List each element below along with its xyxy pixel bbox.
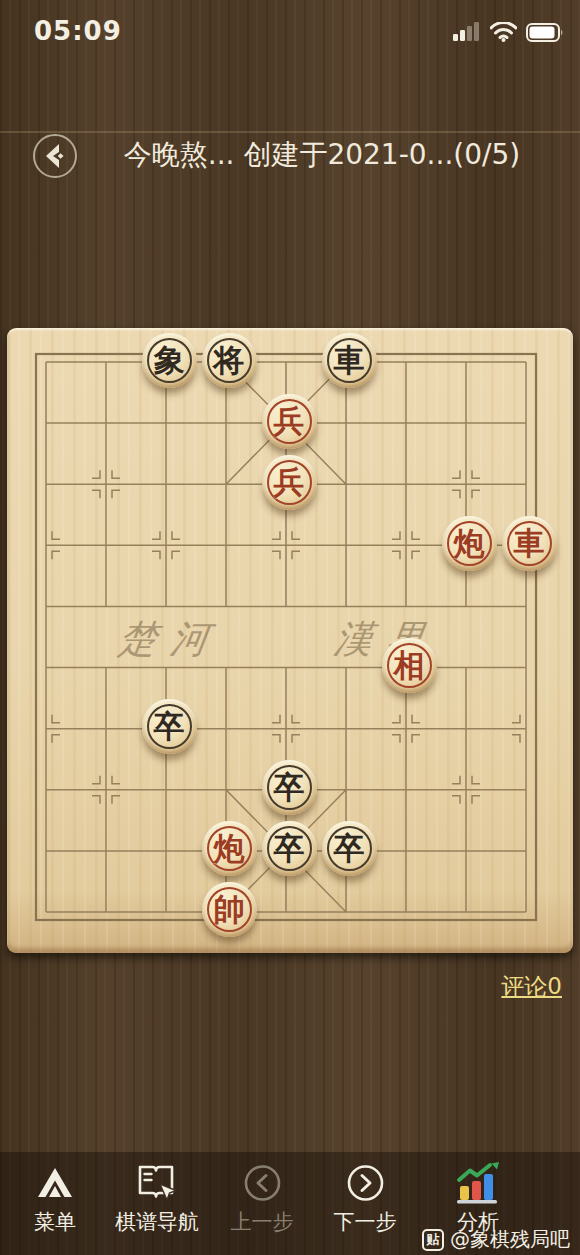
app-screen: 05:09	[0, 0, 580, 1255]
xiangqi-piece-red[interactable]: 相	[382, 638, 437, 693]
piece-glyph: 炮	[202, 821, 257, 876]
cellular-signal-icon	[453, 22, 481, 42]
piece-glyph: 兵	[262, 455, 317, 510]
piece-glyph: 炮	[442, 516, 497, 571]
xiangqi-piece-red[interactable]: 炮	[202, 821, 257, 876]
xiangqi-piece-black[interactable]: 象	[142, 333, 197, 388]
xiangqi-piece-black[interactable]: 卒	[142, 699, 197, 754]
analysis-chart-icon	[455, 1160, 501, 1206]
piece-glyph: 車	[502, 516, 557, 571]
xiangqi-piece-red[interactable]: 車	[502, 516, 557, 571]
xiangqi-board[interactable]: 楚河 漢界 象将車兵兵炮車相卒卒炮卒卒帥	[7, 328, 573, 953]
menu-icon	[34, 1160, 76, 1206]
nav-item-next-step[interactable]: 下一步	[334, 1160, 397, 1236]
piece-glyph: 兵	[262, 394, 317, 449]
xiangqi-piece-red[interactable]: 炮	[442, 516, 497, 571]
piece-glyph: 将	[202, 333, 257, 388]
battery-icon	[526, 23, 564, 42]
page-title: 今晚熬... 创建于2021-0...(0/5)	[88, 136, 556, 174]
nav-label: 菜单	[34, 1208, 76, 1236]
xiangqi-piece-red[interactable]: 兵	[262, 455, 317, 510]
clock-time: 05:09	[34, 16, 122, 46]
watermark: 贴 @象棋残局吧	[422, 1226, 570, 1253]
nav-item-notation-nav[interactable]: 棋谱导航	[115, 1160, 199, 1236]
nav-bar: 今晚熬... 创建于2021-0...(0/5)	[0, 56, 580, 133]
xiangqi-piece-black[interactable]: 車	[322, 333, 377, 388]
piece-glyph: 卒	[262, 821, 317, 876]
xiangqi-piece-red[interactable]: 帥	[202, 882, 257, 937]
xiangqi-piece-black[interactable]: 卒	[322, 821, 377, 876]
piece-glyph: 相	[382, 638, 437, 693]
xiangqi-piece-black[interactable]: 卒	[262, 821, 317, 876]
wifi-icon	[490, 22, 517, 42]
tieba-badge-icon: 贴	[422, 1229, 444, 1251]
nav-item-prev-step[interactable]: 上一步	[231, 1160, 294, 1236]
piece-glyph: 象	[142, 333, 197, 388]
back-chevron-icon	[43, 143, 67, 169]
pieces-layer: 象将車兵兵炮車相卒卒炮卒卒帥	[7, 328, 573, 953]
status-bar: 05:09	[0, 0, 580, 56]
piece-glyph: 帥	[202, 882, 257, 937]
nav-label: 棋谱导航	[115, 1208, 199, 1236]
watermark-text: @象棋残局吧	[450, 1226, 570, 1253]
prev-step-icon	[231, 1160, 294, 1206]
book-nav-icon	[115, 1160, 199, 1206]
nav-item-menu[interactable]: 菜单	[34, 1160, 76, 1236]
nav-item-analysis[interactable]: 分析	[455, 1160, 501, 1236]
nav-label: 下一步	[334, 1208, 397, 1236]
next-step-icon	[334, 1160, 397, 1206]
xiangqi-piece-black[interactable]: 将	[202, 333, 257, 388]
comments-link[interactable]: 评论0	[501, 971, 562, 1002]
xiangqi-piece-black[interactable]: 卒	[262, 760, 317, 815]
xiangqi-piece-red[interactable]: 兵	[262, 394, 317, 449]
back-button[interactable]	[33, 134, 77, 178]
nav-label: 上一步	[231, 1208, 294, 1236]
piece-glyph: 車	[322, 333, 377, 388]
piece-glyph: 卒	[262, 760, 317, 815]
piece-glyph: 卒	[322, 821, 377, 876]
piece-glyph: 卒	[142, 699, 197, 754]
